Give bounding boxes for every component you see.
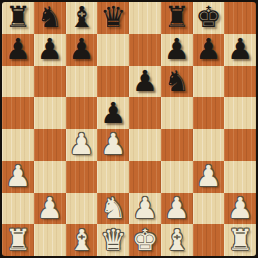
- square-g8[interactable]: ♚: [193, 2, 225, 34]
- square-h6[interactable]: [224, 66, 256, 98]
- square-e3[interactable]: [129, 161, 161, 193]
- square-g2[interactable]: [193, 193, 225, 225]
- square-f4[interactable]: [161, 129, 193, 161]
- piece-white-bishop[interactable]: ♝: [164, 225, 190, 256]
- square-f6[interactable]: ♞: [161, 66, 193, 98]
- square-d6[interactable]: [97, 66, 129, 98]
- square-c3[interactable]: [66, 161, 98, 193]
- square-c5[interactable]: [66, 97, 98, 129]
- piece-white-pawn[interactable]: ♟: [164, 193, 190, 224]
- square-c6[interactable]: [66, 66, 98, 98]
- square-a3[interactable]: ♟: [2, 161, 34, 193]
- square-c1[interactable]: ♝: [66, 224, 98, 256]
- piece-black-pawn[interactable]: ♟: [227, 34, 253, 65]
- piece-black-pawn[interactable]: ♟: [195, 34, 221, 65]
- square-h8[interactable]: [224, 2, 256, 34]
- piece-black-knight[interactable]: ♞: [164, 66, 190, 97]
- square-d7[interactable]: [97, 34, 129, 66]
- square-h7[interactable]: ♟: [224, 34, 256, 66]
- piece-white-pawn[interactable]: ♟: [37, 193, 63, 224]
- square-a2[interactable]: [2, 193, 34, 225]
- square-b6[interactable]: [34, 66, 66, 98]
- square-b3[interactable]: [34, 161, 66, 193]
- square-c8[interactable]: ♝: [66, 2, 98, 34]
- piece-white-pawn[interactable]: ♟: [195, 161, 221, 192]
- square-b8[interactable]: ♞: [34, 2, 66, 34]
- piece-white-queen[interactable]: ♛: [100, 225, 126, 256]
- piece-black-pawn[interactable]: ♟: [132, 66, 158, 97]
- square-f3[interactable]: [161, 161, 193, 193]
- square-f7[interactable]: ♟: [161, 34, 193, 66]
- piece-white-rook[interactable]: ♜: [5, 225, 31, 256]
- square-d4[interactable]: ♟: [97, 129, 129, 161]
- square-g3[interactable]: ♟: [193, 161, 225, 193]
- square-b1[interactable]: [34, 224, 66, 256]
- square-g6[interactable]: [193, 66, 225, 98]
- piece-white-pawn[interactable]: ♟: [100, 129, 126, 160]
- square-h1[interactable]: ♜: [224, 224, 256, 256]
- square-g4[interactable]: [193, 129, 225, 161]
- square-g7[interactable]: ♟: [193, 34, 225, 66]
- square-e6[interactable]: ♟: [129, 66, 161, 98]
- square-e2[interactable]: ♟: [129, 193, 161, 225]
- piece-black-pawn[interactable]: ♟: [100, 98, 126, 129]
- square-h2[interactable]: ♟: [224, 193, 256, 225]
- piece-white-knight[interactable]: ♞: [100, 193, 126, 224]
- piece-white-king[interactable]: ♚: [132, 225, 158, 256]
- square-a1[interactable]: ♜: [2, 224, 34, 256]
- square-h3[interactable]: [224, 161, 256, 193]
- square-e8[interactable]: [129, 2, 161, 34]
- piece-black-pawn[interactable]: ♟: [37, 34, 63, 65]
- square-b4[interactable]: [34, 129, 66, 161]
- piece-black-pawn[interactable]: ♟: [164, 34, 190, 65]
- square-e1[interactable]: ♚: [129, 224, 161, 256]
- square-c4[interactable]: ♟: [66, 129, 98, 161]
- square-d8[interactable]: ♛: [97, 2, 129, 34]
- square-f1[interactable]: ♝: [161, 224, 193, 256]
- square-f8[interactable]: ♜: [161, 2, 193, 34]
- piece-white-pawn[interactable]: ♟: [227, 193, 253, 224]
- piece-black-queen[interactable]: ♛: [100, 2, 126, 33]
- square-f2[interactable]: ♟: [161, 193, 193, 225]
- piece-black-bishop[interactable]: ♝: [68, 2, 94, 33]
- square-a5[interactable]: [2, 97, 34, 129]
- square-e4[interactable]: [129, 129, 161, 161]
- square-a6[interactable]: [2, 66, 34, 98]
- square-e5[interactable]: [129, 97, 161, 129]
- piece-black-pawn[interactable]: ♟: [5, 34, 31, 65]
- piece-black-pawn[interactable]: ♟: [68, 34, 94, 65]
- square-b5[interactable]: [34, 97, 66, 129]
- chess-board-frame: ♜♞♝♛♜♚♟♟♟♟♟♟♟♞♟♟♟♟♟♟♞♟♟♟♜♝♛♚♝♜: [0, 0, 258, 258]
- square-b2[interactable]: ♟: [34, 193, 66, 225]
- square-a7[interactable]: ♟: [2, 34, 34, 66]
- piece-white-bishop[interactable]: ♝: [68, 225, 94, 256]
- square-c7[interactable]: ♟: [66, 34, 98, 66]
- square-e7[interactable]: [129, 34, 161, 66]
- piece-white-rook[interactable]: ♜: [227, 225, 253, 256]
- square-h4[interactable]: [224, 129, 256, 161]
- square-h5[interactable]: [224, 97, 256, 129]
- piece-black-king[interactable]: ♚: [195, 2, 221, 33]
- square-g1[interactable]: [193, 224, 225, 256]
- square-d5[interactable]: ♟: [97, 97, 129, 129]
- square-b7[interactable]: ♟: [34, 34, 66, 66]
- square-f5[interactable]: [161, 97, 193, 129]
- square-d2[interactable]: ♞: [97, 193, 129, 225]
- square-a4[interactable]: [2, 129, 34, 161]
- piece-white-pawn[interactable]: ♟: [5, 161, 31, 192]
- piece-white-pawn[interactable]: ♟: [132, 193, 158, 224]
- square-a8[interactable]: ♜: [2, 2, 34, 34]
- piece-black-rook[interactable]: ♜: [5, 2, 31, 33]
- square-g5[interactable]: [193, 97, 225, 129]
- piece-black-knight[interactable]: ♞: [37, 2, 63, 33]
- piece-black-rook[interactable]: ♜: [164, 2, 190, 33]
- square-c2[interactable]: [66, 193, 98, 225]
- piece-white-pawn[interactable]: ♟: [68, 129, 94, 160]
- chess-board: ♜♞♝♛♜♚♟♟♟♟♟♟♟♞♟♟♟♟♟♟♞♟♟♟♜♝♛♚♝♜: [2, 2, 256, 256]
- square-d1[interactable]: ♛: [97, 224, 129, 256]
- square-d3[interactable]: [97, 161, 129, 193]
